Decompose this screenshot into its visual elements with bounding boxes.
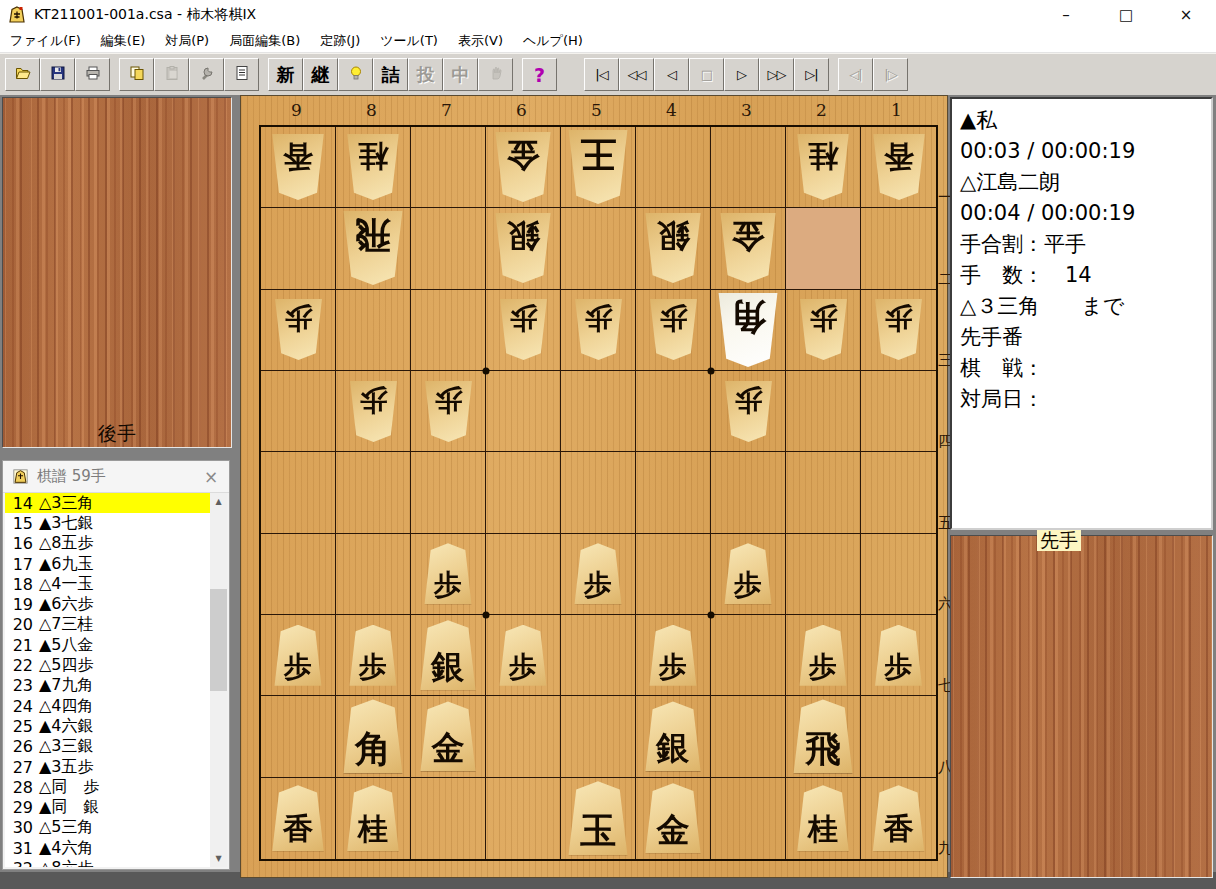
close-button[interactable]: × — [1156, 0, 1216, 30]
kifu-move-number: 28 — [5, 778, 33, 797]
kifu-move-23[interactable]: 23▲7九角 — [5, 676, 210, 696]
square-4一[interactable] — [636, 127, 711, 208]
piece-kanji: 金 — [732, 213, 765, 253]
toolbar-wait-button — [478, 58, 513, 91]
square-4六[interactable] — [636, 534, 711, 615]
kifu-move-number: 20 — [5, 615, 33, 634]
board-star-point — [708, 368, 715, 375]
toolbar-continue-game-label: 継 — [312, 66, 330, 84]
square-7二[interactable] — [411, 208, 486, 289]
kifu-move-number: 16 — [5, 534, 33, 553]
square-6九[interactable] — [486, 778, 561, 859]
menu-item-3[interactable]: 局面編集(B) — [219, 32, 310, 50]
nav-last-icon: ▷| — [805, 67, 817, 82]
square-5五[interactable] — [561, 452, 636, 533]
square-3八[interactable] — [711, 696, 786, 777]
toolbar-continue-game-button[interactable]: 継 — [303, 58, 338, 91]
sente-歩-piece-8七[interactable]: 歩 — [348, 625, 399, 686]
square-5四[interactable] — [561, 371, 636, 452]
piece-kanji: 歩 — [734, 571, 762, 604]
kifu-window-title: 棋譜 59手 — [37, 467, 106, 486]
kifu-close-icon[interactable]: × — [197, 461, 225, 492]
piece-kanji: 飛 — [805, 730, 841, 773]
piece-kanji: 銀 — [657, 731, 690, 771]
gote-歩-piece-8四[interactable]: 歩 — [348, 381, 399, 442]
gote-桂-piece-8一[interactable]: 桂 — [345, 134, 401, 200]
piece-kanji: 銀 — [432, 650, 465, 690]
nav-branch-forward-icon: |▷ — [884, 67, 896, 82]
maximize-button[interactable]: □ — [1096, 0, 1156, 30]
piece-kanji: 金 — [507, 132, 540, 172]
toolbar-nav-first-button[interactable]: |◁ — [584, 58, 619, 91]
file-label-1: 1 — [859, 100, 934, 120]
square-3三[interactable]: 角 — [711, 290, 786, 371]
square-2四[interactable] — [786, 371, 861, 452]
kifu-move-number: 27 — [5, 758, 33, 777]
square-6二[interactable]: 銀 — [486, 208, 561, 289]
gote-歩-piece-6三[interactable]: 歩 — [498, 299, 549, 360]
kifu-move-21[interactable]: 21▲5八金 — [5, 635, 210, 655]
kifu-move-number: 15 — [5, 514, 33, 533]
kifu-move-text: ▲3七銀 — [39, 513, 93, 534]
gote-角-piece-3三[interactable]: 角 — [716, 293, 780, 367]
sente-歩-piece-1七[interactable]: 歩 — [873, 625, 924, 686]
piece-kanji: 歩 — [809, 299, 837, 332]
square-1五[interactable] — [861, 452, 936, 533]
toolbar-nav-fast-back-button[interactable]: ◁◁ — [619, 58, 654, 91]
toolbar-mate-search-label: 詰 — [382, 66, 400, 84]
sente-飛-piece-2八[interactable]: 飛 — [791, 699, 855, 773]
square-9四[interactable] — [261, 371, 336, 452]
square-7四[interactable]: 歩 — [411, 371, 486, 452]
menu-bar: ファイル(F)編集(E)対局(P)局面編集(B)定跡(J)ツール(T)表示(V)… — [0, 30, 1216, 53]
kifu-move-number: 31 — [5, 839, 33, 858]
square-5六[interactable]: 歩 — [561, 534, 636, 615]
help-question-icon: ? — [534, 64, 545, 86]
kifu-move-number: 22 — [5, 656, 33, 675]
sente-金-piece-4九[interactable]: 金 — [643, 783, 703, 853]
gote-飛-piece-8二[interactable]: 飛 — [341, 211, 405, 285]
nav-fast-back-icon: ◁◁ — [628, 67, 646, 82]
toolbar: 新継詰投中?|◁◁◁◁□▷▷▷▷|◁||▷ — [0, 53, 1216, 95]
menu-item-6[interactable]: 表示(V) — [448, 32, 513, 50]
info-line-6: △３三角 まで — [960, 291, 1211, 322]
square-6四[interactable] — [486, 371, 561, 452]
gote-歩-piece-1三[interactable]: 歩 — [873, 299, 924, 360]
minimize-button[interactable]: – — [1036, 0, 1096, 30]
nav-stop-icon: □ — [701, 67, 712, 82]
info-line-8: 棋 戦： — [960, 353, 1211, 384]
square-4八[interactable]: 銀 — [636, 696, 711, 777]
kifu-move-number: 26 — [5, 737, 33, 756]
square-2六[interactable] — [786, 534, 861, 615]
gote-香-piece-1一[interactable]: 香 — [871, 134, 927, 200]
board-star-point — [708, 612, 715, 619]
toolbar-nav-fast-forward-button[interactable]: ▷▷ — [759, 58, 794, 91]
board-star-point — [483, 368, 490, 375]
kifu-move-19[interactable]: 19▲6六歩 — [5, 594, 210, 614]
piece-kanji: 歩 — [809, 653, 837, 686]
sente-玉-piece-5九[interactable]: 玉 — [566, 781, 630, 855]
square-7五[interactable] — [411, 452, 486, 533]
kifu-move-number: 29 — [5, 798, 33, 817]
kifu-move-30[interactable]: 30△5三角 — [5, 818, 210, 838]
kifu-move-32[interactable]: 32△8六歩 — [5, 858, 210, 867]
sente-香-piece-1九[interactable]: 香 — [871, 785, 927, 851]
sente-角-piece-8八[interactable]: 角 — [341, 699, 405, 773]
kifu-move-number: 19 — [5, 595, 33, 614]
info-line-1: 00:03 / 00:00:19 — [960, 136, 1211, 167]
square-9七[interactable]: 歩 — [261, 615, 336, 696]
square-7九[interactable] — [411, 778, 486, 859]
square-4四[interactable] — [636, 371, 711, 452]
piece-kanji: 歩 — [434, 571, 462, 604]
square-7三[interactable] — [411, 290, 486, 371]
kifu-move-text: ▲4六角 — [39, 838, 93, 859]
info-line-9: 対局日： — [960, 384, 1211, 415]
kifu-move-17[interactable]: 17▲6九玉 — [5, 554, 210, 574]
file-label-2: 2 — [784, 100, 859, 120]
kifu-move-text: ▲同 銀 — [39, 797, 99, 818]
menu-item-1[interactable]: 編集(E) — [91, 32, 155, 50]
open-folder-icon — [15, 65, 31, 85]
piece-kanji: 歩 — [584, 571, 612, 604]
piece-kanji: 歩 — [284, 653, 312, 686]
kifu-move-text: △8六歩 — [39, 858, 93, 867]
toolbar-resign-button: 投 — [408, 58, 443, 91]
toolbar-nav-branch-forward-button: |▷ — [873, 58, 908, 91]
square-5二[interactable] — [561, 208, 636, 289]
piece-kanji: 歩 — [359, 653, 387, 686]
sente-銀-piece-4八[interactable]: 銀 — [643, 701, 703, 771]
square-6八[interactable] — [486, 696, 561, 777]
square-8九[interactable]: 桂 — [336, 778, 411, 859]
square-6三[interactable]: 歩 — [486, 290, 561, 371]
document-icon — [234, 65, 250, 85]
gote-金-piece-6一[interactable]: 金 — [493, 132, 553, 202]
sente-歩-piece-4七[interactable]: 歩 — [648, 625, 699, 686]
kifu-move-text: ▲4六銀 — [39, 716, 93, 737]
piece-kanji: 香 — [283, 134, 313, 171]
square-2二[interactable] — [786, 208, 861, 289]
square-4七[interactable]: 歩 — [636, 615, 711, 696]
square-1二[interactable] — [861, 208, 936, 289]
sente-歩-piece-5六[interactable]: 歩 — [573, 543, 624, 604]
wrench-icon — [199, 65, 215, 85]
square-7七[interactable]: 銀 — [411, 615, 486, 696]
toolbar-print-button[interactable] — [75, 58, 110, 91]
sente-歩-piece-6七[interactable]: 歩 — [498, 625, 549, 686]
lightbulb-icon — [348, 65, 364, 85]
menu-item-7[interactable]: ヘルプ(H) — [513, 32, 593, 50]
square-8八[interactable]: 角 — [336, 696, 411, 777]
square-7一[interactable] — [411, 127, 486, 208]
piece-kanji: 歩 — [509, 653, 537, 686]
toolbar-copy-button[interactable] — [119, 58, 154, 91]
kifu-move-31[interactable]: 31▲4六角 — [5, 838, 210, 858]
gote-歩-piece-2三[interactable]: 歩 — [798, 299, 849, 360]
kifu-move-text: △4四角 — [39, 696, 93, 717]
kifu-move-22[interactable]: 22△5四歩 — [5, 655, 210, 675]
gote-captured-tray: 後手 — [2, 97, 232, 448]
piece-kanji: 桂 — [358, 134, 388, 171]
file-label-9: 9 — [259, 100, 334, 120]
scrollbar-up-icon[interactable]: ▲ — [210, 493, 227, 510]
piece-kanji: 歩 — [734, 381, 762, 414]
piece-kanji: 桂 — [808, 134, 838, 171]
toolbar-new-game-button[interactable]: 新 — [268, 58, 303, 91]
file-label-7: 7 — [409, 100, 484, 120]
gote-歩-piece-3四[interactable]: 歩 — [723, 381, 774, 442]
sente-歩-piece-9七[interactable]: 歩 — [273, 625, 324, 686]
kifu-scrollbar[interactable]: ▲ ▼ — [210, 493, 227, 867]
kifu-title-bar[interactable]: 棋譜 59手 × — [3, 461, 229, 493]
nav-forward-icon: ▷ — [737, 67, 746, 82]
info-line-0: ▲私 — [960, 105, 1211, 136]
kifu-move-number: 23 — [5, 676, 33, 695]
square-6六[interactable] — [486, 534, 561, 615]
gote-歩-piece-9三[interactable]: 歩 — [273, 299, 324, 360]
piece-kanji: 玉 — [580, 812, 616, 855]
square-1九[interactable]: 香 — [861, 778, 936, 859]
kifu-move-28[interactable]: 28△同 歩 — [5, 777, 210, 797]
gote-歩-piece-4三[interactable]: 歩 — [648, 299, 699, 360]
title-bar: KT211001-001a.csa - 柿木将棋IX – □ × — [0, 0, 1216, 30]
square-4九[interactable]: 金 — [636, 778, 711, 859]
square-8三[interactable] — [336, 290, 411, 371]
square-1八[interactable] — [861, 696, 936, 777]
toolbar-game-info-button[interactable] — [224, 58, 259, 91]
square-8七[interactable]: 歩 — [336, 615, 411, 696]
piece-kanji: 銀 — [507, 213, 540, 253]
kifu-move-text: ▲5八金 — [39, 635, 93, 656]
info-line-4: 手合割：平手 — [960, 229, 1211, 260]
menu-item-0[interactable]: ファイル(F) — [0, 32, 91, 50]
kifu-move-text: ▲6九玉 — [39, 554, 93, 575]
piece-kanji: 飛 — [355, 211, 391, 254]
gote-tray-label: 後手 — [3, 423, 231, 444]
square-6七[interactable]: 歩 — [486, 615, 561, 696]
piece-kanji: 歩 — [509, 299, 537, 332]
file-label-3: 3 — [709, 100, 784, 120]
kifu-move-20[interactable]: 20△7三桂 — [5, 615, 210, 635]
kifu-move-29[interactable]: 29▲同 銀 — [5, 797, 210, 817]
square-9一[interactable]: 香 — [261, 127, 336, 208]
square-9八[interactable] — [261, 696, 336, 777]
kifu-move-15[interactable]: 15▲3七銀 — [5, 513, 210, 533]
window-controls: – □ × — [1036, 0, 1216, 30]
square-1三[interactable]: 歩 — [861, 290, 936, 371]
info-line-5: 手 数： 14 — [960, 260, 1211, 291]
square-2三[interactable]: 歩 — [786, 290, 861, 371]
square-5三[interactable]: 歩 — [561, 290, 636, 371]
toolbar-nav-branch-back-button: ◁| — [838, 58, 873, 91]
kifu-move-16[interactable]: 16△8五歩 — [5, 534, 210, 554]
toolbar-hint-button[interactable] — [338, 58, 373, 91]
piece-kanji: 角 — [355, 730, 391, 773]
hand-icon — [488, 65, 504, 85]
kifu-move-24[interactable]: 24△4四角 — [5, 696, 210, 716]
piece-kanji: 歩 — [434, 381, 462, 414]
square-3七[interactable] — [711, 615, 786, 696]
piece-kanji: 歩 — [359, 381, 387, 414]
kifu-move-18[interactable]: 18△4一玉 — [5, 574, 210, 594]
toolbar-nav-stop-button: □ — [689, 58, 724, 91]
square-4三[interactable]: 歩 — [636, 290, 711, 371]
square-6五[interactable] — [486, 452, 561, 533]
square-5七[interactable] — [561, 615, 636, 696]
info-line-2: △江島二朗 — [960, 167, 1211, 198]
scrollbar-thumb[interactable] — [210, 589, 227, 691]
kifu-move-number: 24 — [5, 697, 33, 716]
copy-icon — [129, 65, 145, 85]
toolbar-help-button[interactable]: ? — [522, 58, 557, 91]
toolbar-new-game-label: 新 — [277, 66, 295, 84]
kifu-window: 棋譜 59手 × 14△3三角15▲3七銀16△8五歩17▲6九玉18△4一玉1… — [2, 460, 230, 870]
square-9三[interactable]: 歩 — [261, 290, 336, 371]
kifu-move-text: △8五歩 — [39, 533, 93, 554]
sente-歩-piece-3六[interactable]: 歩 — [723, 543, 774, 604]
sente-桂-piece-8九[interactable]: 桂 — [345, 785, 401, 851]
toolbar-nav-last-button[interactable]: ▷| — [794, 58, 829, 91]
kifu-move-text: △7三桂 — [39, 614, 93, 635]
kifu-move-27[interactable]: 27▲3五歩 — [5, 757, 210, 777]
square-9六[interactable] — [261, 534, 336, 615]
gote-王-piece-5一[interactable]: 王 — [566, 130, 630, 204]
kifu-app-icon — [13, 469, 28, 484]
square-2一[interactable]: 桂 — [786, 127, 861, 208]
sente-歩-piece-7六[interactable]: 歩 — [423, 543, 474, 604]
square-9九[interactable]: 香 — [261, 778, 336, 859]
square-8一[interactable]: 桂 — [336, 127, 411, 208]
scrollbar-down-icon[interactable]: ▼ — [210, 850, 227, 867]
info-line-3: 00:04 / 00:00:19 — [960, 198, 1211, 229]
square-8六[interactable] — [336, 534, 411, 615]
sente-銀-piece-7七[interactable]: 銀 — [418, 620, 478, 690]
nav-back-icon: ◁ — [667, 67, 676, 82]
square-5八[interactable] — [561, 696, 636, 777]
gote-銀-piece-6二[interactable]: 銀 — [493, 213, 553, 283]
toolbar-interrupt-label: 中 — [452, 66, 470, 84]
square-8五[interactable] — [336, 452, 411, 533]
square-3九[interactable] — [711, 778, 786, 859]
sente-歩-piece-2七[interactable]: 歩 — [798, 625, 849, 686]
piece-kanji: 香 — [283, 814, 313, 851]
piece-kanji: 歩 — [659, 299, 687, 332]
paste-icon — [164, 65, 180, 85]
menu-item-5[interactable]: ツール(T) — [370, 32, 448, 50]
gote-金-piece-3二[interactable]: 金 — [718, 213, 778, 283]
piece-kanji: 歩 — [659, 653, 687, 686]
application-window: { "game": "shogi", "window": { "title": … — [0, 0, 1216, 889]
square-6一[interactable]: 金 — [486, 127, 561, 208]
sente-金-piece-7八[interactable]: 金 — [418, 701, 478, 771]
square-1六[interactable] — [861, 534, 936, 615]
piece-kanji: 歩 — [885, 653, 913, 686]
square-4五[interactable] — [636, 452, 711, 533]
square-1七[interactable]: 歩 — [861, 615, 936, 696]
square-8四[interactable]: 歩 — [336, 371, 411, 452]
square-3一[interactable] — [711, 127, 786, 208]
piece-kanji: 桂 — [358, 814, 388, 851]
file-label-6: 6 — [484, 100, 559, 120]
gote-銀-piece-4二[interactable]: 銀 — [643, 213, 703, 283]
piece-kanji: 歩 — [885, 299, 913, 332]
square-3二[interactable]: 金 — [711, 208, 786, 289]
kifu-move-number: 32 — [5, 859, 33, 867]
kifu-move-25[interactable]: 25▲4六銀 — [5, 716, 210, 736]
menu-item-2[interactable]: 対局(P) — [155, 32, 219, 50]
kifu-move-text: ▲6六歩 — [39, 594, 93, 615]
piece-kanji: 歩 — [584, 299, 612, 332]
toolbar-save-file-button[interactable] — [40, 58, 75, 91]
menu-item-4[interactable]: 定跡(J) — [310, 32, 370, 50]
piece-kanji: 角 — [730, 293, 766, 336]
piece-kanji: 香 — [884, 134, 914, 171]
square-3四[interactable]: 歩 — [711, 371, 786, 452]
toolbar-resign-label: 投 — [417, 66, 435, 84]
square-8二[interactable]: 飛 — [336, 208, 411, 289]
save-icon — [50, 65, 66, 85]
sente-香-piece-9九[interactable]: 香 — [270, 785, 326, 851]
square-2七[interactable]: 歩 — [786, 615, 861, 696]
piece-kanji: 王 — [580, 130, 616, 173]
kifu-move-number: 30 — [5, 818, 33, 837]
piece-kanji: 桂 — [808, 814, 838, 851]
toolbar-tools-button[interactable] — [189, 58, 224, 91]
square-3六[interactable]: 歩 — [711, 534, 786, 615]
square-1四[interactable] — [861, 371, 936, 452]
sente-tray-label: 先手 — [1037, 530, 1081, 551]
kifu-move-number: 17 — [5, 555, 33, 574]
board-star-point — [483, 612, 490, 619]
toolbar-paste-button — [154, 58, 189, 91]
kifu-move-number: 18 — [5, 575, 33, 594]
info-line-7: 先手番 — [960, 322, 1211, 353]
square-2五[interactable] — [786, 452, 861, 533]
sente-桂-piece-2九[interactable]: 桂 — [795, 785, 851, 851]
print-icon — [85, 65, 101, 85]
square-9五[interactable] — [261, 452, 336, 533]
gote-歩-piece-7四[interactable]: 歩 — [423, 381, 474, 442]
toolbar-open-file-button[interactable] — [5, 58, 40, 91]
kifu-move-text: △5四歩 — [39, 655, 93, 676]
kifu-move-list: 14△3三角15▲3七銀16△8五歩17▲6九玉18△4一玉19▲6六歩20△7… — [5, 493, 210, 867]
square-1一[interactable]: 香 — [861, 127, 936, 208]
square-7八[interactable]: 金 — [411, 696, 486, 777]
square-9二[interactable] — [261, 208, 336, 289]
kifu-move-14[interactable]: 14△3三角 — [5, 493, 210, 513]
piece-kanji: 金 — [657, 813, 690, 853]
gote-桂-piece-2一[interactable]: 桂 — [795, 134, 851, 200]
square-3五[interactable] — [711, 452, 786, 533]
square-5一[interactable]: 王 — [561, 127, 636, 208]
toolbar-nav-forward-button[interactable]: ▷ — [724, 58, 759, 91]
nav-first-icon: |◁ — [595, 67, 607, 82]
gote-香-piece-9一[interactable]: 香 — [270, 134, 326, 200]
sente-captured-tray: 先手 — [950, 535, 1213, 878]
toolbar-mate-search-button[interactable]: 詰 — [373, 58, 408, 91]
toolbar-nav-back-button[interactable]: ◁ — [654, 58, 689, 91]
file-label-5: 5 — [559, 100, 634, 120]
square-2八[interactable]: 飛 — [786, 696, 861, 777]
square-7六[interactable]: 歩 — [411, 534, 486, 615]
kifu-move-26[interactable]: 26△3三銀 — [5, 737, 210, 757]
square-4二[interactable]: 銀 — [636, 208, 711, 289]
gote-歩-piece-5三[interactable]: 歩 — [573, 299, 624, 360]
square-2九[interactable]: 桂 — [786, 778, 861, 859]
square-5九[interactable]: 玉 — [561, 778, 636, 859]
